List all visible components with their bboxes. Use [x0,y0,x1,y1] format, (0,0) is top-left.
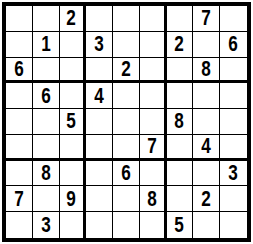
cell-r6c9[interactable] [220,135,247,161]
cell-r5c8[interactable] [193,109,220,135]
digit: 8 [202,58,212,81]
cell-r7c4[interactable] [86,161,113,187]
cell-r5c6[interactable] [140,109,167,135]
digit: 3 [41,214,51,237]
cell-r1c7[interactable] [167,6,194,32]
cell-r1c3[interactable]: 2 [60,6,87,32]
cell-r7c2[interactable]: 8 [33,161,60,187]
cell-r3c5[interactable]: 2 [113,58,140,84]
cell-r9c4[interactable] [86,212,113,238]
cell-r8c3[interactable]: 9 [60,186,87,212]
digit: 6 [14,58,24,81]
sudoku-board: 2 7 1 3 2 6 6 2 8 6 4 5 8 7 4 8 6 [2,2,251,242]
cell-r3c9[interactable] [220,58,247,84]
cell-r6c5[interactable] [113,135,140,161]
cell-r9c7[interactable]: 5 [167,212,194,238]
cell-r8c4[interactable] [86,186,113,212]
digit: 7 [147,135,157,158]
digit: 9 [67,187,77,210]
cell-r4c2[interactable]: 6 [33,83,60,109]
cell-r7c6[interactable] [140,161,167,187]
cell-r2c8[interactable] [193,32,220,58]
digit: 8 [175,110,185,133]
cell-r7c5[interactable]: 6 [113,161,140,187]
cell-r7c8[interactable] [193,161,220,187]
cell-r8c9[interactable] [220,186,247,212]
cell-r5c5[interactable] [113,109,140,135]
cell-r2c2[interactable]: 1 [33,32,60,58]
cell-r2c9[interactable]: 6 [220,32,247,58]
digit: 5 [67,110,77,133]
cell-r4c7[interactable] [167,83,194,109]
cell-r3c6[interactable] [140,58,167,84]
cell-r7c7[interactable] [167,161,194,187]
cell-r7c1[interactable] [6,161,33,187]
cell-r2c3[interactable] [60,32,87,58]
cell-r3c7[interactable] [167,58,194,84]
cell-r8c2[interactable] [33,186,60,212]
digit: 8 [147,187,157,210]
cell-r2c4[interactable]: 3 [86,32,113,58]
cell-r1c4[interactable] [86,6,113,32]
cell-r7c9[interactable]: 3 [220,161,247,187]
cell-r6c7[interactable] [167,135,194,161]
cell-r4c9[interactable] [220,83,247,109]
cell-r9c8[interactable] [193,212,220,238]
cell-r6c3[interactable] [60,135,87,161]
cell-r8c1[interactable]: 7 [6,186,33,212]
cell-r5c9[interactable] [220,109,247,135]
digit: 2 [175,33,185,56]
cell-r9c5[interactable] [113,212,140,238]
digit: 2 [121,58,131,81]
cell-r6c1[interactable] [6,135,33,161]
cell-r5c2[interactable] [33,109,60,135]
cell-r2c6[interactable] [140,32,167,58]
digit: 5 [175,214,185,237]
digit: 7 [202,7,212,30]
digit: 3 [94,33,104,56]
cell-r8c8[interactable]: 2 [193,186,220,212]
cell-r5c4[interactable] [86,109,113,135]
cell-r4c4[interactable]: 4 [86,83,113,109]
digit: 6 [229,33,239,56]
cell-r1c2[interactable] [33,6,60,32]
cell-r6c6[interactable]: 7 [140,135,167,161]
cell-r4c6[interactable] [140,83,167,109]
cell-r8c5[interactable] [113,186,140,212]
digit: 4 [94,84,104,107]
digit: 7 [14,187,24,210]
cell-r3c8[interactable]: 8 [193,58,220,84]
cell-r8c7[interactable] [167,186,194,212]
cell-r3c1[interactable]: 6 [6,58,33,84]
cell-r9c6[interactable] [140,212,167,238]
cell-r4c3[interactable] [60,83,87,109]
cell-r9c3[interactable] [60,212,87,238]
digit: 8 [41,162,51,185]
digit: 2 [202,187,212,210]
cell-r3c4[interactable] [86,58,113,84]
cell-r2c7[interactable]: 2 [167,32,194,58]
cell-r1c8[interactable]: 7 [193,6,220,32]
cell-r3c2[interactable] [33,58,60,84]
cell-r2c5[interactable] [113,32,140,58]
cell-r1c1[interactable] [6,6,33,32]
cell-r1c6[interactable] [140,6,167,32]
cell-r9c1[interactable] [6,212,33,238]
cell-r9c9[interactable] [220,212,247,238]
cell-r6c2[interactable] [33,135,60,161]
cell-r8c6[interactable]: 8 [140,186,167,212]
cell-r6c4[interactable] [86,135,113,161]
digit: 3 [229,162,239,185]
cell-r4c1[interactable] [6,83,33,109]
cell-r7c3[interactable] [60,161,87,187]
cell-r6c8[interactable]: 4 [193,135,220,161]
cell-r1c5[interactable] [113,6,140,32]
cell-r4c5[interactable] [113,83,140,109]
cell-r5c7[interactable]: 8 [167,109,194,135]
digit: 4 [202,135,212,158]
digit: 6 [41,84,51,107]
cell-r1c9[interactable] [220,6,247,32]
digit: 2 [67,7,77,30]
cell-r4c8[interactable] [193,83,220,109]
cell-r3c3[interactable] [60,58,87,84]
cell-r2c1[interactable] [6,32,33,58]
cell-r5c1[interactable] [6,109,33,135]
digit: 1 [41,33,51,56]
cell-r5c3[interactable]: 5 [60,109,87,135]
digit: 6 [121,162,131,185]
cell-r9c2[interactable]: 3 [33,212,60,238]
